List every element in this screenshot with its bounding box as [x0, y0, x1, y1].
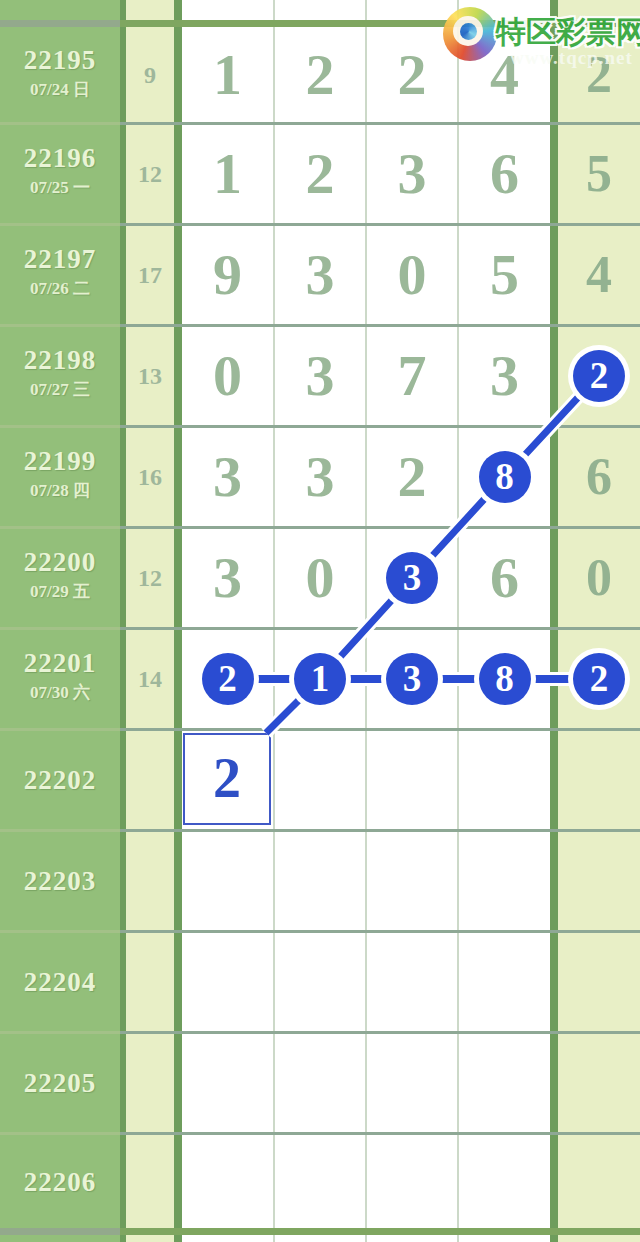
- trend-circled-digit: 2: [573, 653, 625, 705]
- row-border: [0, 728, 640, 731]
- draw-digit: 2: [367, 428, 457, 526]
- trend-circled-digit: 2: [202, 653, 254, 705]
- draw-digit: 3: [275, 428, 365, 526]
- trend-circled-digit: 1: [294, 653, 346, 705]
- row-border: [0, 1132, 640, 1135]
- row-border-thick: [0, 1228, 640, 1235]
- draw-digit: 2: [275, 125, 365, 223]
- right-column-digit: 5: [558, 125, 640, 223]
- row-date-label: 07/29 五: [0, 583, 120, 600]
- right-column-digit: 6: [558, 428, 640, 526]
- row-date-label: 07/26 二: [0, 280, 120, 297]
- draw-digit: 1: [182, 125, 273, 223]
- row-period-label: 22198: [0, 347, 120, 374]
- row-sum-value: 14: [126, 667, 174, 691]
- prediction-digit: 2: [213, 747, 241, 809]
- row-period-label: 22200: [0, 549, 120, 576]
- draw-digit: 3: [182, 428, 273, 526]
- draw-digit: 0: [182, 327, 273, 425]
- row-date-label: 07/28 四: [0, 482, 120, 499]
- row-sum-value: 16: [126, 465, 174, 489]
- row-border: [0, 930, 640, 933]
- draw-digit: 0: [275, 529, 365, 627]
- site-logo-url: www.tqcp.net: [510, 47, 633, 69]
- row-sum-value: 12: [126, 162, 174, 186]
- row-border: [0, 1031, 640, 1034]
- prediction-box: 2: [183, 733, 271, 825]
- draw-digit: 3: [275, 327, 365, 425]
- site-watermark: 特区彩票网 www.tqcp.net: [0, 0, 640, 80]
- draw-digit: 3: [459, 327, 550, 425]
- vertical-border: [174, 0, 182, 1242]
- draw-digit: 3: [182, 529, 273, 627]
- row-date-label: 07/30 六: [0, 684, 120, 701]
- row-border: [0, 829, 640, 832]
- row-period-label: 22204: [0, 969, 120, 996]
- vertical-border: [550, 0, 558, 1242]
- row-period-label: 22199: [0, 448, 120, 475]
- row-period-label: 22205: [0, 1070, 120, 1097]
- trend-circled-digit: 2: [573, 350, 625, 402]
- trend-circled-digit: 3: [386, 552, 438, 604]
- draw-digit: 9: [182, 226, 273, 324]
- draw-digit: 3: [367, 125, 457, 223]
- right-column-digit: 4: [558, 226, 640, 324]
- row-sum-value: 13: [126, 364, 174, 388]
- draw-digit: 3: [275, 226, 365, 324]
- draw-digit: 6: [459, 125, 550, 223]
- draw-digit: 6: [459, 529, 550, 627]
- row-period-label: 22196: [0, 145, 120, 172]
- draw-digit: 0: [367, 226, 457, 324]
- trend-circled-digit: 8: [479, 653, 531, 705]
- row-period-label: 22202: [0, 767, 120, 794]
- right-column-digit: 0: [558, 529, 640, 627]
- row-sum-value: 12: [126, 566, 174, 590]
- row-period-label: 22201: [0, 650, 120, 677]
- row-date-label: 07/27 三: [0, 381, 120, 398]
- draw-digit: 5: [459, 226, 550, 324]
- site-logo-icon: [443, 7, 497, 61]
- draw-digit: 7: [367, 327, 457, 425]
- lottery-trend-chart: 2219507/24 日9122422219607/25 一1212365221…: [0, 0, 640, 1242]
- trend-circled-digit: 3: [386, 653, 438, 705]
- trend-circled-digit: 8: [479, 451, 531, 503]
- row-period-label: 22197: [0, 246, 120, 273]
- row-date-label: 07/25 一: [0, 179, 120, 196]
- row-date-label: 07/24 日: [0, 81, 120, 98]
- row-sum-value: 17: [126, 263, 174, 287]
- row-period-label: 22206: [0, 1169, 120, 1196]
- row-period-label: 22203: [0, 868, 120, 895]
- row-border: [0, 627, 640, 630]
